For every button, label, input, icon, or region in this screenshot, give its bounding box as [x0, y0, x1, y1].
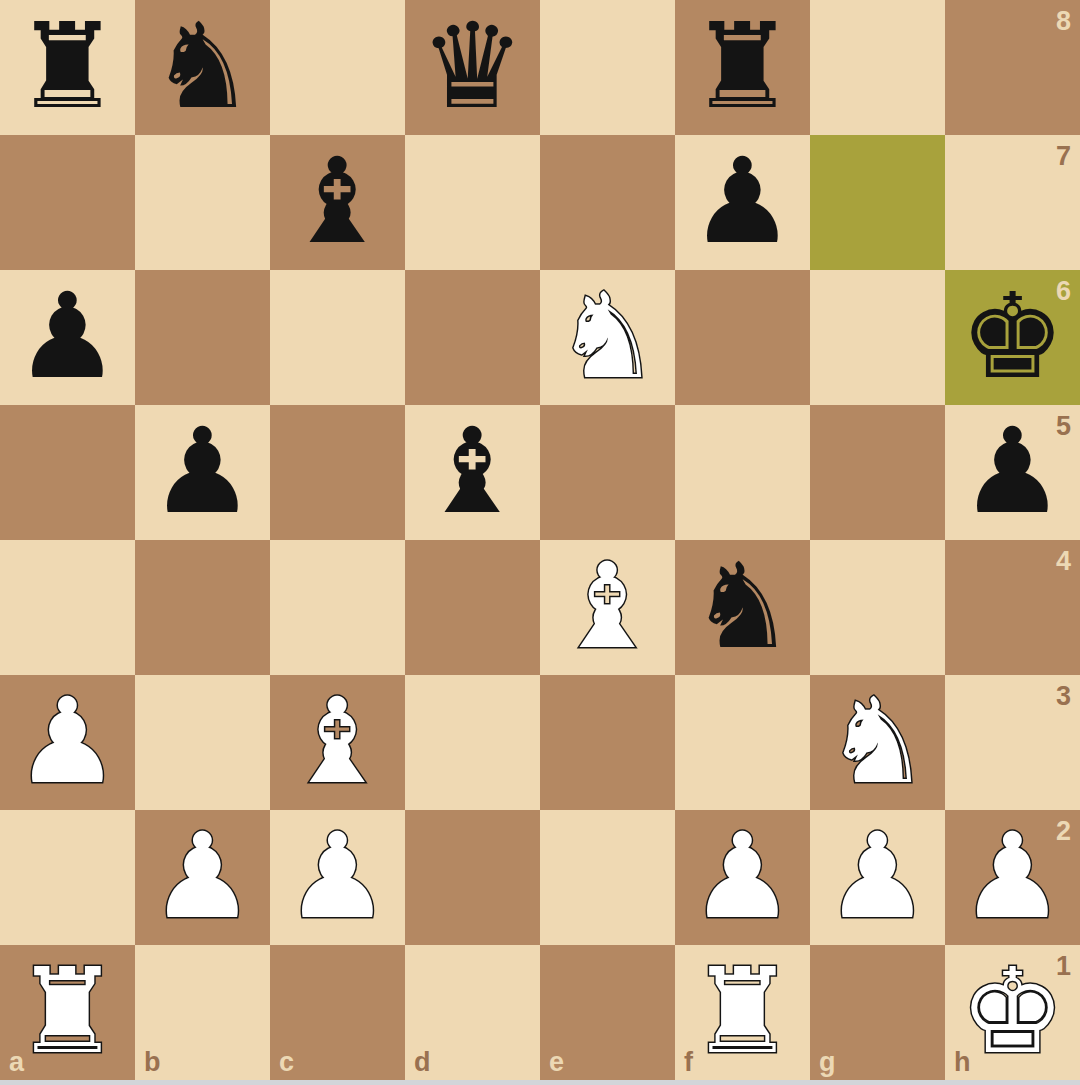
square-a4[interactable] [0, 540, 135, 675]
square-d7[interactable] [405, 135, 540, 270]
piece-white-king[interactable]: ♚ [960, 952, 1066, 1070]
square-h7[interactable]: 7 [945, 135, 1080, 270]
board-bottom-edge [0, 1080, 1080, 1085]
piece-black-queen[interactable]: ♛ [420, 7, 526, 125]
square-g5[interactable] [810, 405, 945, 540]
square-h1[interactable]: ♚1h [945, 945, 1080, 1080]
piece-black-rook[interactable]: ♜ [15, 7, 121, 125]
rank-label-7: 7 [1056, 143, 1071, 170]
piece-white-pawn[interactable]: ♟ [285, 817, 391, 935]
rank-label-1: 1 [1056, 953, 1071, 980]
square-c1[interactable]: c [270, 945, 405, 1080]
piece-white-pawn[interactable]: ♟ [825, 817, 931, 935]
square-g7[interactable] [810, 135, 945, 270]
piece-white-knight[interactable]: ♞ [825, 682, 931, 800]
square-a7[interactable] [0, 135, 135, 270]
square-a8[interactable]: ♜ [0, 0, 135, 135]
file-label-e: e [549, 1049, 564, 1076]
square-f3[interactable] [675, 675, 810, 810]
square-h8[interactable]: 8 [945, 0, 1080, 135]
piece-black-pawn[interactable]: ♟ [150, 412, 256, 530]
square-b2[interactable]: ♟ [135, 810, 270, 945]
piece-white-knight[interactable]: ♞ [555, 277, 661, 395]
square-a5[interactable] [0, 405, 135, 540]
square-a3[interactable]: ♟ [0, 675, 135, 810]
square-f6[interactable] [675, 270, 810, 405]
square-c2[interactable]: ♟ [270, 810, 405, 945]
square-g1[interactable]: g [810, 945, 945, 1080]
file-label-a: a [9, 1049, 24, 1076]
square-h4[interactable]: 4 [945, 540, 1080, 675]
square-g4[interactable] [810, 540, 945, 675]
piece-black-bishop[interactable]: ♝ [420, 412, 526, 530]
piece-black-rook[interactable]: ♜ [690, 7, 796, 125]
rank-label-3: 3 [1056, 683, 1071, 710]
square-b6[interactable] [135, 270, 270, 405]
piece-white-pawn[interactable]: ♟ [960, 817, 1066, 935]
file-label-h: h [954, 1049, 971, 1076]
square-c8[interactable] [270, 0, 405, 135]
square-c6[interactable] [270, 270, 405, 405]
file-label-g: g [819, 1049, 836, 1076]
piece-white-pawn[interactable]: ♟ [150, 817, 256, 935]
square-e5[interactable] [540, 405, 675, 540]
file-label-c: c [279, 1049, 294, 1076]
square-e6[interactable]: ♞ [540, 270, 675, 405]
piece-black-pawn[interactable]: ♟ [960, 412, 1066, 530]
piece-white-bishop[interactable]: ♝ [285, 682, 391, 800]
piece-black-pawn[interactable]: ♟ [690, 142, 796, 260]
square-f2[interactable]: ♟ [675, 810, 810, 945]
piece-black-bishop[interactable]: ♝ [285, 142, 391, 260]
piece-black-knight[interactable]: ♞ [150, 7, 256, 125]
square-e2[interactable] [540, 810, 675, 945]
piece-white-pawn[interactable]: ♟ [690, 817, 796, 935]
rank-label-5: 5 [1056, 413, 1071, 440]
square-a2[interactable] [0, 810, 135, 945]
file-label-f: f [684, 1049, 693, 1076]
square-d2[interactable] [405, 810, 540, 945]
square-e7[interactable] [540, 135, 675, 270]
piece-black-knight[interactable]: ♞ [690, 547, 796, 665]
square-d4[interactable] [405, 540, 540, 675]
rank-label-4: 4 [1056, 548, 1071, 575]
square-h2[interactable]: ♟2 [945, 810, 1080, 945]
square-b7[interactable] [135, 135, 270, 270]
square-e1[interactable]: e [540, 945, 675, 1080]
square-h3[interactable]: 3 [945, 675, 1080, 810]
square-d1[interactable]: d [405, 945, 540, 1080]
square-c7[interactable]: ♝ [270, 135, 405, 270]
rank-label-8: 8 [1056, 8, 1071, 35]
file-label-d: d [414, 1049, 431, 1076]
square-f5[interactable] [675, 405, 810, 540]
square-d5[interactable]: ♝ [405, 405, 540, 540]
piece-white-rook[interactable]: ♜ [15, 952, 121, 1070]
square-f8[interactable]: ♜ [675, 0, 810, 135]
square-b5[interactable]: ♟ [135, 405, 270, 540]
square-d6[interactable] [405, 270, 540, 405]
square-c3[interactable]: ♝ [270, 675, 405, 810]
square-b3[interactable] [135, 675, 270, 810]
rank-label-2: 2 [1056, 818, 1071, 845]
square-b4[interactable] [135, 540, 270, 675]
chess-board: ♜♞♛♜8♝♟7♟♞♚6♟♝♟5♝♞4♟♝♞3♟♟♟♟♟2♜abcde♜fg♚1… [0, 0, 1080, 1080]
square-e4[interactable]: ♝ [540, 540, 675, 675]
piece-black-king[interactable]: ♚ [960, 277, 1066, 395]
square-b1[interactable]: b [135, 945, 270, 1080]
square-e3[interactable] [540, 675, 675, 810]
square-e8[interactable] [540, 0, 675, 135]
square-h5[interactable]: ♟5 [945, 405, 1080, 540]
piece-white-bishop[interactable]: ♝ [555, 547, 661, 665]
square-h6[interactable]: ♚6 [945, 270, 1080, 405]
square-d8[interactable]: ♛ [405, 0, 540, 135]
piece-white-pawn[interactable]: ♟ [15, 682, 121, 800]
square-c5[interactable] [270, 405, 405, 540]
square-g3[interactable]: ♞ [810, 675, 945, 810]
piece-white-rook[interactable]: ♜ [690, 952, 796, 1070]
square-f7[interactable]: ♟ [675, 135, 810, 270]
square-c4[interactable] [270, 540, 405, 675]
square-f4[interactable]: ♞ [675, 540, 810, 675]
rank-label-6: 6 [1056, 278, 1071, 305]
piece-black-pawn[interactable]: ♟ [15, 277, 121, 395]
square-g6[interactable] [810, 270, 945, 405]
square-g2[interactable]: ♟ [810, 810, 945, 945]
square-b8[interactable]: ♞ [135, 0, 270, 135]
file-label-b: b [144, 1049, 161, 1076]
square-a1[interactable]: ♜a [0, 945, 135, 1080]
square-d3[interactable] [405, 675, 540, 810]
square-f1[interactable]: ♜f [675, 945, 810, 1080]
square-g8[interactable] [810, 0, 945, 135]
square-a6[interactable]: ♟ [0, 270, 135, 405]
